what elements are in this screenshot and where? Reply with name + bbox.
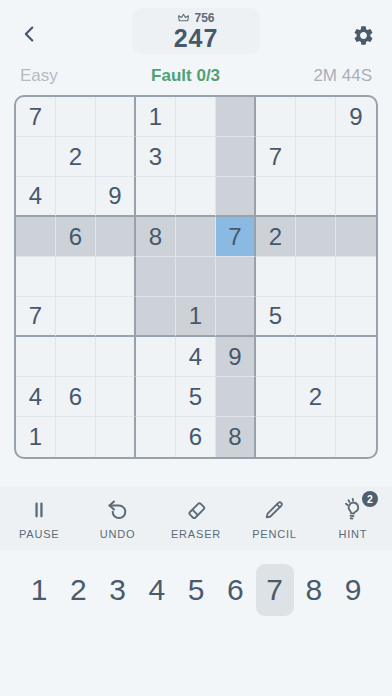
sudoku-cell-r4c7[interactable]: 2	[256, 217, 296, 257]
sudoku-cell-r1c3[interactable]	[96, 97, 136, 137]
sudoku-cell-r3c2[interactable]	[56, 177, 96, 217]
pencil-label: PENCIL	[252, 528, 297, 540]
lightbulb-icon: 2	[340, 497, 366, 523]
sudoku-cell-r6c8[interactable]	[296, 297, 336, 337]
difficulty-label: Easy	[20, 66, 58, 86]
sudoku-cell-r9c7[interactable]	[256, 417, 296, 457]
sudoku-cell-r8c5[interactable]: 5	[176, 377, 216, 417]
sudoku-cell-r3c7[interactable]	[256, 177, 296, 217]
sudoku-cell-r8c9[interactable]	[336, 377, 376, 417]
sudoku-cell-r7c6[interactable]: 9	[216, 337, 256, 377]
toolbar: PAUSE UNDO ERASER PENCIL 2 HINT	[0, 486, 392, 550]
sudoku-cell-r3c9[interactable]	[336, 177, 376, 217]
sudoku-cell-r2c5[interactable]	[176, 137, 216, 177]
sudoku-cell-r4c3[interactable]	[96, 217, 136, 257]
sudoku-cell-r5c8[interactable]	[296, 257, 336, 297]
sudoku-cell-r2c4[interactable]: 3	[136, 137, 176, 177]
sudoku-cell-r7c5[interactable]: 4	[176, 337, 216, 377]
sudoku-cell-r2c6[interactable]	[216, 137, 256, 177]
sudoku-cell-r6c4[interactable]	[136, 297, 176, 337]
pencil-button[interactable]: PENCIL	[235, 497, 313, 540]
sudoku-cell-r9c9[interactable]	[336, 417, 376, 457]
sudoku-cell-r7c9[interactable]	[336, 337, 376, 377]
sudoku-cell-r9c3[interactable]	[96, 417, 136, 457]
sudoku-cell-r8c3[interactable]	[96, 377, 136, 417]
sudoku-cell-r1c8[interactable]	[296, 97, 336, 137]
sudoku-board: 719237496872715494652168	[14, 95, 378, 459]
sudoku-cell-r3c8[interactable]	[296, 177, 336, 217]
sudoku-cell-r3c1[interactable]: 4	[16, 177, 56, 217]
sudoku-cell-r8c7[interactable]	[256, 377, 296, 417]
sudoku-cell-r6c2[interactable]	[56, 297, 96, 337]
numpad-digit-7[interactable]: 7	[256, 564, 294, 616]
score-value: 247	[174, 25, 219, 51]
fault-counter: Fault 0/3	[151, 66, 220, 86]
sudoku-cell-r8c1[interactable]: 4	[16, 377, 56, 417]
sudoku-cell-r5c2[interactable]	[56, 257, 96, 297]
sudoku-cell-r5c6[interactable]	[216, 257, 256, 297]
header: 756 247	[0, 2, 392, 60]
sudoku-cell-r4c6[interactable]: 7	[216, 217, 256, 257]
sudoku-cell-r9c8[interactable]	[296, 417, 336, 457]
sudoku-cell-r2c1[interactable]	[16, 137, 56, 177]
sudoku-cell-r6c1[interactable]: 7	[16, 297, 56, 337]
sudoku-cell-r8c8[interactable]: 2	[296, 377, 336, 417]
numpad-digit-5[interactable]: 5	[177, 564, 215, 616]
settings-button[interactable]	[348, 20, 378, 50]
sudoku-cell-r7c8[interactable]	[296, 337, 336, 377]
sudoku-cell-r4c4[interactable]: 8	[136, 217, 176, 257]
pause-icon	[27, 497, 51, 523]
sudoku-cell-r9c2[interactable]	[56, 417, 96, 457]
sudoku-cell-r7c3[interactable]	[96, 337, 136, 377]
numpad-digit-8[interactable]: 8	[295, 564, 333, 616]
sudoku-cell-r2c9[interactable]	[336, 137, 376, 177]
sudoku-cell-r6c3[interactable]	[96, 297, 136, 337]
hint-badge: 2	[362, 491, 378, 507]
hint-button[interactable]: 2 HINT	[314, 497, 392, 540]
eraser-icon	[184, 497, 209, 523]
sudoku-cell-r5c1[interactable]	[16, 257, 56, 297]
numpad-digit-4[interactable]: 4	[138, 564, 176, 616]
pencil-icon	[262, 497, 286, 523]
sudoku-cell-r3c3[interactable]: 9	[96, 177, 136, 217]
sudoku-cell-r7c2[interactable]	[56, 337, 96, 377]
pause-label: PAUSE	[19, 528, 59, 540]
sudoku-cell-r1c6[interactable]	[216, 97, 256, 137]
back-button[interactable]	[16, 20, 44, 48]
sudoku-cell-r3c5[interactable]	[176, 177, 216, 217]
timer: 2M 44S	[313, 66, 372, 86]
hint-label: HINT	[338, 528, 367, 540]
eraser-button[interactable]: ERASER	[157, 497, 235, 540]
sudoku-cell-r4c8[interactable]	[296, 217, 336, 257]
numpad-digit-2[interactable]: 2	[59, 564, 97, 616]
sudoku-cell-r4c5[interactable]	[176, 217, 216, 257]
status-row: Easy Fault 0/3 2M 44S	[0, 66, 392, 86]
sudoku-cell-r5c5[interactable]	[176, 257, 216, 297]
numpad-digit-6[interactable]: 6	[216, 564, 254, 616]
sudoku-cell-r1c4[interactable]: 1	[136, 97, 176, 137]
sudoku-cell-r5c4[interactable]	[136, 257, 176, 297]
sudoku-cell-r8c6[interactable]	[216, 377, 256, 417]
sudoku-cell-r9c4[interactable]	[136, 417, 176, 457]
sudoku-cell-r8c4[interactable]	[136, 377, 176, 417]
sudoku-cell-r9c6[interactable]: 8	[216, 417, 256, 457]
sudoku-cell-r9c5[interactable]: 6	[176, 417, 216, 457]
sudoku-cell-r7c1[interactable]	[16, 337, 56, 377]
sudoku-cell-r7c4[interactable]	[136, 337, 176, 377]
sudoku-cell-r6c7[interactable]: 5	[256, 297, 296, 337]
sudoku-cell-r6c6[interactable]	[216, 297, 256, 337]
sudoku-cell-r6c9[interactable]	[336, 297, 376, 337]
undo-label: UNDO	[100, 528, 136, 540]
sudoku-cell-r5c3[interactable]	[96, 257, 136, 297]
sudoku-cell-r9c1[interactable]: 1	[16, 417, 56, 457]
crown-icon	[177, 12, 190, 24]
sudoku-cell-r6c5[interactable]: 1	[176, 297, 216, 337]
sudoku-cell-r1c5[interactable]	[176, 97, 216, 137]
sudoku-cell-r4c1[interactable]	[16, 217, 56, 257]
score-box: 756 247	[132, 8, 260, 54]
undo-arrow-icon	[106, 497, 130, 523]
sudoku-cell-r5c7[interactable]	[256, 257, 296, 297]
eraser-label: ERASER	[171, 528, 221, 540]
sudoku-cell-r1c1[interactable]: 7	[16, 97, 56, 137]
sudoku-cell-r1c9[interactable]: 9	[336, 97, 376, 137]
sudoku-cell-r7c7[interactable]	[256, 337, 296, 377]
numpad: 123456789	[0, 564, 392, 616]
sudoku-cell-r2c8[interactable]	[296, 137, 336, 177]
undo-button[interactable]: UNDO	[78, 497, 156, 540]
sudoku-cell-r5c9[interactable]	[336, 257, 376, 297]
numpad-digit-3[interactable]: 3	[99, 564, 137, 616]
pause-button[interactable]: PAUSE	[0, 497, 78, 540]
sudoku-cell-r1c2[interactable]	[56, 97, 96, 137]
sudoku-cell-r3c4[interactable]	[136, 177, 176, 217]
crown-score: 756	[194, 12, 214, 25]
sudoku-cell-r4c2[interactable]: 6	[56, 217, 96, 257]
sudoku-cell-r2c7[interactable]: 7	[256, 137, 296, 177]
sudoku-cell-r3c6[interactable]	[216, 177, 256, 217]
sudoku-cell-r1c7[interactable]	[256, 97, 296, 137]
numpad-digit-9[interactable]: 9	[334, 564, 372, 616]
numpad-digit-1[interactable]: 1	[20, 564, 58, 616]
sudoku-cell-r8c2[interactable]: 6	[56, 377, 96, 417]
sudoku-cell-r4c9[interactable]	[336, 217, 376, 257]
gear-icon	[352, 24, 375, 47]
chevron-left-icon	[19, 23, 41, 45]
sudoku-cell-r2c2[interactable]: 2	[56, 137, 96, 177]
sudoku-cell-r2c3[interactable]	[96, 137, 136, 177]
